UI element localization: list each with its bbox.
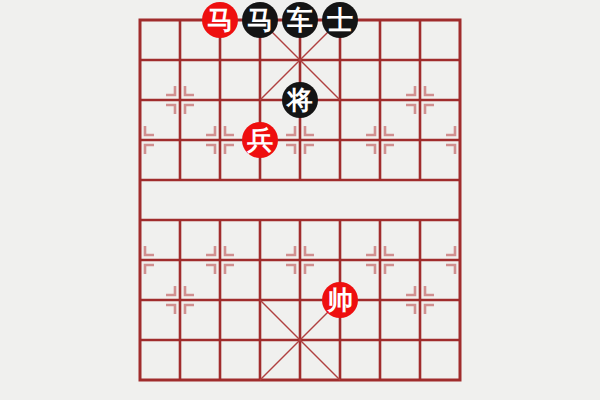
red-general[interactable]: 帅 [322, 282, 358, 318]
xiangqi-screenshot: 马马车士将兵帅 [0, 0, 600, 400]
black-horse[interactable]: 马 [242, 2, 278, 38]
xiangqi-board: 马马车士将兵帅 [120, 0, 480, 400]
black-general[interactable]: 将 [282, 82, 318, 118]
red-horse[interactable]: 马 [202, 2, 238, 38]
red-soldier[interactable]: 兵 [242, 122, 278, 158]
black-advisor[interactable]: 士 [322, 2, 358, 38]
black-chariot[interactable]: 车 [282, 2, 318, 38]
